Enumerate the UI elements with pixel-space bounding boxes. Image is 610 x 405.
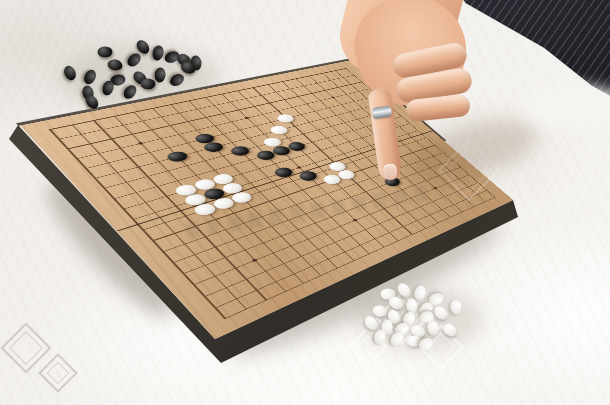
loose-stone-black[interactable] <box>107 58 124 72</box>
loose-stone-black[interactable] <box>151 44 166 61</box>
loose-stone-black[interactable] <box>140 78 155 89</box>
loose-stone-black[interactable] <box>125 51 144 69</box>
fingernail <box>383 163 398 180</box>
loose-stone-white[interactable] <box>441 321 460 338</box>
loose-stone-white[interactable] <box>432 304 450 322</box>
loose-stone-white[interactable] <box>426 319 441 336</box>
loose-stone-white[interactable] <box>450 299 462 315</box>
loose-stone-black[interactable] <box>82 68 99 86</box>
silver-ring <box>372 105 392 119</box>
loose-stone-black[interactable] <box>154 67 167 83</box>
loose-stone-white[interactable] <box>395 281 413 300</box>
scene <box>0 0 610 405</box>
loose-stone-black[interactable] <box>121 83 139 102</box>
loose-stone-black[interactable] <box>62 64 78 82</box>
stone-piles <box>0 0 610 405</box>
loose-stone-black[interactable] <box>98 47 113 58</box>
loose-stone-white[interactable] <box>372 304 389 318</box>
loose-stone-black[interactable] <box>168 71 187 88</box>
loose-stone-white[interactable] <box>387 294 406 311</box>
